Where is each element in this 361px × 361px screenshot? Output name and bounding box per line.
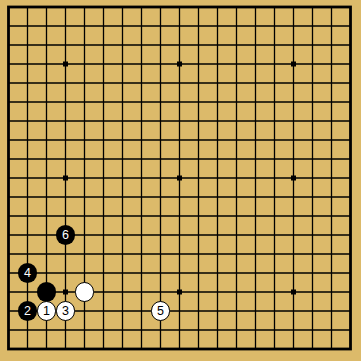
stone-grid: 123456	[0, 0, 360, 359]
move-number: 5	[157, 304, 164, 317]
black-stone-c4	[37, 282, 57, 302]
move-number: 4	[24, 266, 31, 279]
white-stone-c3: 1	[37, 301, 57, 321]
white-stone-j3: 5	[151, 301, 171, 321]
move-number: 1	[43, 304, 50, 317]
white-stone-e4	[75, 282, 95, 302]
black-stone-b3: 2	[18, 301, 38, 321]
black-stone-d7: 6	[56, 225, 76, 245]
move-number: 3	[62, 304, 69, 317]
move-number: 6	[62, 228, 69, 241]
move-number: 2	[24, 304, 31, 317]
black-stone-b5: 4	[18, 263, 38, 283]
white-stone-d3: 3	[56, 301, 76, 321]
go-board: 123456	[0, 0, 361, 361]
